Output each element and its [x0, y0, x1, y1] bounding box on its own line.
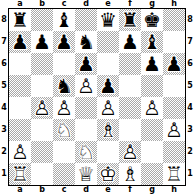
square-a7[interactable]: ♟: [9, 31, 31, 53]
piece-black-pawn-h6: ♟: [165, 53, 183, 75]
square-b7[interactable]: ♟: [31, 31, 53, 53]
piece-black-pawn-f7: ♟: [121, 31, 139, 53]
piece-white-knight-c3: ♘: [55, 119, 73, 141]
piece-black-rook-a8: ♜: [11, 9, 29, 31]
square-g1[interactable]: [141, 163, 163, 185]
rank-label-3: 3: [0, 119, 8, 141]
square-e7[interactable]: [97, 31, 119, 53]
rank-label-1: 1: [0, 163, 8, 185]
square-c5[interactable]: ♞: [53, 75, 75, 97]
square-g2[interactable]: [141, 141, 163, 163]
square-g6[interactable]: ♟: [141, 53, 163, 75]
square-g4[interactable]: ♙: [141, 97, 163, 119]
square-a6[interactable]: [9, 53, 31, 75]
square-h4[interactable]: [163, 97, 185, 119]
square-g3[interactable]: [141, 119, 163, 141]
chess-diagram: abcdefgh 87654321 ♜♝♛♜♚♟♟♟♞♟♝♟♟♟♞♙♟♙♙♙♙♘…: [0, 0, 194, 194]
rank-label-1: 1: [186, 163, 194, 185]
piece-black-pawn-d6: ♟: [77, 53, 95, 75]
square-a3[interactable]: [9, 119, 31, 141]
square-b4[interactable]: ♙: [31, 97, 53, 119]
piece-white-pawn-c4: ♙: [55, 97, 73, 119]
square-f7[interactable]: ♟: [119, 31, 141, 53]
file-label-d: d: [75, 186, 97, 194]
square-e3[interactable]: ♗: [97, 119, 119, 141]
rank-label-7: 7: [0, 31, 8, 53]
file-label-e: e: [97, 0, 119, 8]
file-label-c: c: [53, 186, 75, 194]
square-a4[interactable]: [9, 97, 31, 119]
rank-label-8: 8: [0, 9, 8, 31]
square-h2[interactable]: [163, 141, 185, 163]
square-b5[interactable]: [31, 75, 53, 97]
rank-label-5: 5: [186, 75, 194, 97]
square-b3[interactable]: [31, 119, 53, 141]
file-labels-top: abcdefgh: [8, 0, 186, 8]
square-d2[interactable]: ♘: [75, 141, 97, 163]
square-e6[interactable]: [97, 53, 119, 75]
piece-black-rook-f8: ♜: [121, 9, 139, 31]
rank-label-8: 8: [186, 9, 194, 31]
piece-white-pawn-b4: ♙: [33, 97, 51, 119]
file-label-a: a: [9, 186, 31, 194]
square-a5[interactable]: [9, 75, 31, 97]
file-label-c: c: [53, 0, 75, 8]
file-label-h: h: [163, 186, 185, 194]
square-c3[interactable]: ♘: [53, 119, 75, 141]
piece-black-queen-e8: ♛: [99, 9, 117, 31]
square-f2[interactable]: ♙: [119, 141, 141, 163]
piece-white-pawn-e4: ♙: [99, 97, 117, 119]
file-label-b: b: [31, 0, 53, 8]
piece-black-pawn-b7: ♟: [33, 31, 51, 53]
square-e4[interactable]: ♙: [97, 97, 119, 119]
rank-labels-right: 87654321: [186, 8, 194, 186]
square-c7[interactable]: ♟: [53, 31, 75, 53]
rank-label-3: 3: [186, 119, 194, 141]
piece-white-pawn-h3: ♙: [165, 119, 183, 141]
piece-black-knight-c5: ♞: [55, 75, 73, 97]
file-labels-bottom: abcdefgh: [8, 186, 186, 194]
square-h1[interactable]: ♖: [163, 163, 185, 185]
rank-label-7: 7: [186, 31, 194, 53]
file-label-g: g: [141, 0, 163, 8]
square-d7[interactable]: ♞: [75, 31, 97, 53]
piece-black-pawn-e5: ♟: [99, 75, 117, 97]
square-h6[interactable]: ♟: [163, 53, 185, 75]
square-c6[interactable]: [53, 53, 75, 75]
square-f8[interactable]: ♜: [119, 9, 141, 31]
rank-label-2: 2: [186, 141, 194, 163]
square-e2[interactable]: [97, 141, 119, 163]
file-label-b: b: [31, 186, 53, 194]
square-c2[interactable]: [53, 141, 75, 163]
square-a2[interactable]: ♙: [9, 141, 31, 163]
square-d8[interactable]: [75, 9, 97, 31]
square-b6[interactable]: [31, 53, 53, 75]
square-b8[interactable]: [31, 9, 53, 31]
square-d5[interactable]: ♙: [75, 75, 97, 97]
square-h8[interactable]: [163, 9, 185, 31]
square-g7[interactable]: ♝: [141, 31, 163, 53]
square-e1[interactable]: ♔: [97, 163, 119, 185]
square-c4[interactable]: ♙: [53, 97, 75, 119]
square-d4[interactable]: [75, 97, 97, 119]
chess-board: ♜♝♛♜♚♟♟♟♞♟♝♟♟♟♞♙♟♙♙♙♙♘♗♙♙♘♙♖♕♔♗♖: [8, 8, 186, 186]
square-d6[interactable]: ♟: [75, 53, 97, 75]
rank-label-4: 4: [0, 97, 8, 119]
square-f1[interactable]: ♗: [119, 163, 141, 185]
rank-labels-left: 87654321: [0, 8, 8, 186]
piece-black-king-g8: ♚: [143, 9, 161, 31]
piece-white-rook-h1: ♖: [165, 163, 183, 185]
piece-white-pawn-d5: ♙: [77, 75, 95, 97]
square-f3[interactable]: [119, 119, 141, 141]
piece-black-pawn-a7: ♟: [11, 31, 29, 53]
file-label-a: a: [9, 0, 31, 8]
file-label-e: e: [97, 186, 119, 194]
square-c1[interactable]: [53, 163, 75, 185]
square-h7[interactable]: [163, 31, 185, 53]
square-d1[interactable]: ♕: [75, 163, 97, 185]
file-label-f: f: [119, 0, 141, 8]
rank-label-6: 6: [0, 53, 8, 75]
piece-white-bishop-e3: ♗: [99, 119, 117, 141]
square-g8[interactable]: ♚: [141, 9, 163, 31]
square-e5[interactable]: ♟: [97, 75, 119, 97]
file-label-h: h: [163, 0, 185, 8]
file-label-f: f: [119, 186, 141, 194]
rank-label-4: 4: [186, 97, 194, 119]
square-c8[interactable]: ♝: [53, 9, 75, 31]
rank-label-5: 5: [0, 75, 8, 97]
square-b2[interactable]: [31, 141, 53, 163]
square-f4[interactable]: [119, 97, 141, 119]
square-a8[interactable]: ♜: [9, 9, 31, 31]
piece-black-pawn-c7: ♟: [55, 31, 73, 53]
square-h5[interactable]: [163, 75, 185, 97]
piece-white-queen-d1: ♕: [77, 163, 95, 185]
file-label-g: g: [141, 186, 163, 194]
rank-label-2: 2: [0, 141, 8, 163]
rank-label-6: 6: [186, 53, 194, 75]
piece-white-knight-d2: ♘: [77, 141, 95, 163]
piece-white-pawn-a2: ♙: [11, 141, 29, 163]
piece-white-rook-a1: ♖: [11, 163, 29, 185]
square-d3[interactable]: [75, 119, 97, 141]
square-e8[interactable]: ♛: [97, 9, 119, 31]
piece-white-pawn-f2: ♙: [121, 141, 139, 163]
piece-black-bishop-g7: ♝: [143, 31, 161, 53]
square-g5[interactable]: [141, 75, 163, 97]
piece-black-bishop-c8: ♝: [55, 9, 73, 31]
piece-white-pawn-g4: ♙: [143, 97, 161, 119]
piece-black-knight-d7: ♞: [77, 31, 95, 53]
square-b1[interactable]: [31, 163, 53, 185]
square-f5[interactable]: [119, 75, 141, 97]
square-f6[interactable]: [119, 53, 141, 75]
piece-black-pawn-g6: ♟: [143, 53, 161, 75]
square-h3[interactable]: ♙: [163, 119, 185, 141]
file-label-d: d: [75, 0, 97, 8]
piece-white-bishop-f1: ♗: [121, 163, 139, 185]
square-a1[interactable]: ♖: [9, 163, 31, 185]
piece-white-king-e1: ♔: [99, 163, 117, 185]
